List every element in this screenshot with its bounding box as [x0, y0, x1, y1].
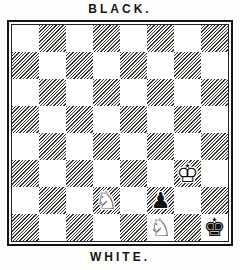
square-e5 — [120, 106, 147, 133]
board-frame: ♚♔♞♘♟♟♞♘♚♚ — [7, 20, 233, 246]
square-e4 — [120, 133, 147, 160]
square-b3 — [39, 160, 66, 187]
square-a4 — [12, 133, 39, 160]
square-c2 — [66, 187, 93, 214]
square-f4 — [147, 133, 174, 160]
piece-white-knight: ♞♘ — [147, 214, 174, 241]
square-a5 — [12, 106, 39, 133]
square-d5 — [93, 106, 120, 133]
square-g2 — [174, 187, 201, 214]
square-a1 — [12, 214, 39, 241]
square-e3 — [120, 160, 147, 187]
square-f7 — [147, 52, 174, 79]
square-h8 — [201, 25, 228, 52]
piece-black-king: ♚♚ — [201, 214, 228, 241]
square-a6 — [12, 79, 39, 106]
square-a2 — [12, 187, 39, 214]
square-d6 — [93, 79, 120, 106]
square-e8 — [120, 25, 147, 52]
square-c6 — [66, 79, 93, 106]
white-side-label: WHITE. — [0, 249, 240, 265]
square-f3 — [147, 160, 174, 187]
piece-black-pawn: ♟♟ — [147, 187, 174, 214]
square-c7 — [66, 52, 93, 79]
square-e2 — [120, 187, 147, 214]
square-a7 — [12, 52, 39, 79]
square-d4 — [93, 133, 120, 160]
square-d1 — [93, 214, 120, 241]
black-side-label: BLACK. — [0, 0, 240, 17]
square-g1 — [174, 214, 201, 241]
board-inner-border: ♚♔♞♘♟♟♞♘♚♚ — [11, 24, 229, 242]
square-h4 — [201, 133, 228, 160]
square-c4 — [66, 133, 93, 160]
square-g8 — [174, 25, 201, 52]
square-h3 — [201, 160, 228, 187]
square-b7 — [39, 52, 66, 79]
square-d2: ♞♘ — [93, 187, 120, 214]
square-f2: ♟♟ — [147, 187, 174, 214]
square-g7 — [174, 52, 201, 79]
square-d8 — [93, 25, 120, 52]
square-c3 — [66, 160, 93, 187]
square-a3 — [12, 160, 39, 187]
piece-white-knight: ♞♘ — [93, 187, 120, 214]
square-h7 — [201, 52, 228, 79]
square-g6 — [174, 79, 201, 106]
square-b1 — [39, 214, 66, 241]
square-h6 — [201, 79, 228, 106]
square-e6 — [120, 79, 147, 106]
square-c8 — [66, 25, 93, 52]
square-b5 — [39, 106, 66, 133]
piece-white-king: ♚♔ — [174, 160, 201, 187]
square-c5 — [66, 106, 93, 133]
square-f6 — [147, 79, 174, 106]
square-b6 — [39, 79, 66, 106]
square-e1 — [120, 214, 147, 241]
square-b8 — [39, 25, 66, 52]
square-h5 — [201, 106, 228, 133]
square-g3: ♚♔ — [174, 160, 201, 187]
square-c1 — [66, 214, 93, 241]
square-b4 — [39, 133, 66, 160]
square-h1: ♚♚ — [201, 214, 228, 241]
square-d7 — [93, 52, 120, 79]
square-f5 — [147, 106, 174, 133]
square-g5 — [174, 106, 201, 133]
square-g4 — [174, 133, 201, 160]
square-f1: ♞♘ — [147, 214, 174, 241]
square-a8 — [12, 25, 39, 52]
square-d3 — [93, 160, 120, 187]
square-e7 — [120, 52, 147, 79]
square-h2 — [201, 187, 228, 214]
chess-board: ♚♔♞♘♟♟♞♘♚♚ — [12, 25, 228, 241]
square-f8 — [147, 25, 174, 52]
square-b2 — [39, 187, 66, 214]
